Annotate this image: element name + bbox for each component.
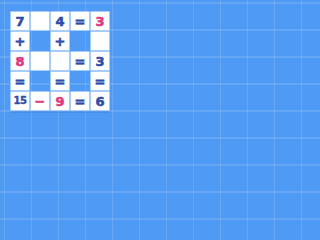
cell-r4c3: =	[50, 71, 70, 91]
cell-r5c4: =	[70, 91, 90, 111]
cell-r3c5: 3	[90, 51, 110, 71]
cell-r2c1: +	[10, 31, 30, 51]
cell-r2c2-void	[30, 31, 50, 51]
cell-r4c1: =	[10, 71, 30, 91]
cell-r2c4-void	[70, 31, 90, 51]
cell-r2c5-empty[interactable]	[90, 31, 110, 51]
crossmath-board: 7 4 = 3 + + 8 = 3 = = = 15 − 9 = 6	[10, 11, 110, 111]
cell-r5c5: 6	[90, 91, 110, 111]
cell-r3c4: =	[70, 51, 90, 71]
cell-r5c2: −	[30, 91, 50, 111]
cell-r3c1: 8	[10, 51, 30, 71]
puzzle-background: { "game": "crossmath (math crossword ari…	[0, 0, 120, 120]
cell-r1c3: 4	[50, 11, 70, 31]
cell-r1c1: 7	[10, 11, 30, 31]
cell-r1c4: =	[70, 11, 90, 31]
cell-r4c5: =	[90, 71, 110, 91]
cell-r3c3-empty[interactable]	[50, 51, 70, 71]
cell-r2c3: +	[50, 31, 70, 51]
cell-r5c3: 9	[50, 91, 70, 111]
cell-r3c2-empty[interactable]	[30, 51, 50, 71]
cell-r4c4-void	[70, 71, 90, 91]
cell-r1c2-empty[interactable]	[30, 11, 50, 31]
cell-r1c5: 3	[90, 11, 110, 31]
cell-r4c2-void	[30, 71, 50, 91]
cell-r5c1: 15	[10, 91, 30, 111]
